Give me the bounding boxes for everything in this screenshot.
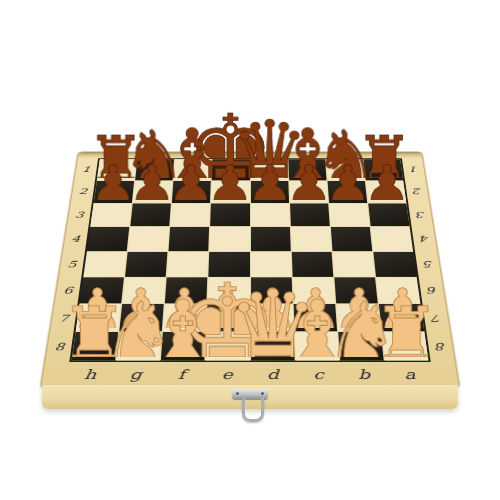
file-label-h: h xyxy=(83,368,97,381)
square-b7: ♟ xyxy=(336,304,381,331)
rank-label-left-1: 1 xyxy=(82,165,91,172)
square-d2: ♟ xyxy=(250,181,288,203)
square-c3 xyxy=(290,204,330,227)
chess-board: 12345678 ♜♞♝♚♛♝♞♜♟♟♟♟♟♟♟♟♟♟♟♟♟♟♟♟♜♞♝♚♛♝♞… xyxy=(41,152,458,387)
square-g2: ♟ xyxy=(133,181,173,203)
square-b6 xyxy=(334,277,378,303)
square-b2: ♟ xyxy=(327,181,367,203)
file-label-d: d xyxy=(267,368,279,381)
square-f6 xyxy=(165,277,208,303)
rank-label-left-7: 7 xyxy=(58,313,69,323)
rank-label-right-8: 8 xyxy=(435,342,446,352)
square-g1: ♞ xyxy=(135,159,174,180)
rank-label-left-2: 2 xyxy=(78,188,88,196)
square-h5 xyxy=(83,252,126,277)
rank-label-left-6: 6 xyxy=(63,286,74,295)
square-a1: ♜ xyxy=(363,159,403,180)
clasp-screw-right xyxy=(261,392,264,395)
rank-label-right-7: 7 xyxy=(431,313,442,323)
file-label-c: c xyxy=(313,368,324,381)
square-g4 xyxy=(128,227,170,251)
square-b8: ♞ xyxy=(338,332,384,361)
product-photo: 12345678 ♜♞♝♚♛♝♞♜♟♟♟♟♟♟♟♟♟♟♟♟♟♟♟♟♜♞♝♚♛♝♞… xyxy=(0,0,500,500)
square-a7: ♟ xyxy=(379,304,425,331)
file-label-e: e xyxy=(222,368,233,381)
square-e8: ♚ xyxy=(206,332,250,361)
rank-label-right-6: 6 xyxy=(427,286,438,295)
board-frame: 12345678 ♜♞♝♚♛♝♞♜♟♟♟♟♟♟♟♟♟♟♟♟♟♟♟♟♜♞♝♚♛♝♞… xyxy=(41,152,458,387)
square-a4 xyxy=(371,227,413,251)
file-label-a: a xyxy=(403,368,416,381)
board-grid: ♜♞♝♚♛♝♞♜♟♟♟♟♟♟♟♟♟♟♟♟♟♟♟♟♜♞♝♚♛♝♞♜ xyxy=(69,158,430,362)
square-a5 xyxy=(373,252,416,277)
square-h2: ♟ xyxy=(94,181,135,203)
square-f1: ♝ xyxy=(174,159,212,180)
box-front-face xyxy=(42,385,458,409)
square-f8: ♝ xyxy=(161,332,206,361)
square-d7: ♟ xyxy=(251,304,294,331)
square-d1: ♛ xyxy=(250,159,287,180)
square-b4 xyxy=(331,227,373,251)
square-c5 xyxy=(291,252,333,277)
square-e4 xyxy=(210,227,250,251)
clasp-screw-left xyxy=(236,392,239,395)
rank-label-left-5: 5 xyxy=(67,260,77,269)
square-a8: ♜ xyxy=(382,332,429,361)
square-c7: ♟ xyxy=(293,304,337,331)
rank-label-right-2: 2 xyxy=(412,188,422,196)
square-b3 xyxy=(329,204,370,227)
rank-label-right-4: 4 xyxy=(419,235,429,243)
square-g3 xyxy=(130,204,171,227)
square-h3 xyxy=(90,204,131,227)
square-g5 xyxy=(125,252,168,277)
square-e7: ♟ xyxy=(207,304,250,331)
square-g6 xyxy=(122,277,166,303)
file-label-b: b xyxy=(358,368,371,381)
square-h8: ♜ xyxy=(72,332,119,361)
square-e6 xyxy=(208,277,250,303)
square-h4 xyxy=(87,227,129,251)
square-f2: ♟ xyxy=(172,181,211,203)
square-c8: ♝ xyxy=(294,332,339,361)
square-e1: ♚ xyxy=(212,159,249,180)
square-d6 xyxy=(251,277,293,303)
square-f3 xyxy=(170,204,210,227)
square-b1: ♞ xyxy=(326,159,365,180)
square-c4 xyxy=(291,227,332,251)
square-e3 xyxy=(210,204,249,227)
square-g7: ♟ xyxy=(119,304,164,331)
square-b5 xyxy=(332,252,375,277)
square-f5 xyxy=(167,252,209,277)
rank-label-right-5: 5 xyxy=(423,260,433,269)
square-c1: ♝ xyxy=(288,159,326,180)
file-label-g: g xyxy=(129,368,142,381)
square-c2: ♟ xyxy=(289,181,328,203)
square-a3 xyxy=(368,204,409,227)
square-e5 xyxy=(209,252,250,277)
rank-label-left-4: 4 xyxy=(71,235,81,243)
file-label-f: f xyxy=(178,368,186,381)
rank-label-right-1: 1 xyxy=(409,165,418,172)
rank-label-right-3: 3 xyxy=(416,211,426,219)
square-d3 xyxy=(250,204,289,227)
square-g8: ♞ xyxy=(116,332,162,361)
clasp-loop-icon xyxy=(242,397,264,422)
square-h7: ♟ xyxy=(76,304,122,331)
square-d8: ♛ xyxy=(251,332,295,361)
square-h1: ♜ xyxy=(97,159,137,180)
square-a6 xyxy=(376,277,420,303)
rank-label-left-8: 8 xyxy=(54,342,65,352)
rank-label-left-3: 3 xyxy=(75,211,85,219)
square-h6 xyxy=(80,277,124,303)
square-f4 xyxy=(169,227,210,251)
square-c6 xyxy=(292,277,335,303)
square-d5 xyxy=(250,252,291,277)
file-labels-bottom: hgfedcba xyxy=(66,362,435,387)
square-e2: ♟ xyxy=(211,181,249,203)
square-d4 xyxy=(250,227,290,251)
square-a2: ♟ xyxy=(366,181,407,203)
square-f7: ♟ xyxy=(163,304,207,331)
